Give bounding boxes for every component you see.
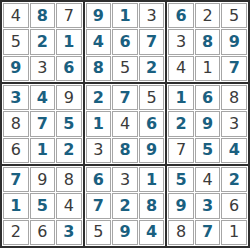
cell-r7c6[interactable]: 1 (139, 167, 165, 192)
sudoku-box-2: 913467852 (85, 2, 166, 82)
cell-r6c8[interactable]: 5 (195, 138, 221, 163)
cell-r8c5[interactable]: 2 (112, 193, 138, 218)
cell-r4c3[interactable]: 9 (56, 85, 82, 110)
cell-r8c1[interactable]: 1 (3, 193, 29, 218)
cell-r4c4[interactable]: 2 (86, 85, 112, 110)
cell-r9c4[interactable]: 5 (86, 220, 112, 245)
sudoku-box-3: 625389417 (167, 2, 248, 82)
sudoku-box-1: 487521936 (2, 2, 83, 82)
sudoku-board: 4875219369134678526253894173498756122751… (0, 0, 250, 248)
cell-r4c6[interactable]: 5 (139, 85, 165, 110)
cell-r9c7[interactable]: 8 (168, 220, 194, 245)
cell-r3c7[interactable]: 4 (168, 56, 194, 81)
cell-r3c4[interactable]: 8 (86, 56, 112, 81)
cell-r7c1[interactable]: 7 (3, 167, 29, 192)
cell-r1c9[interactable]: 5 (221, 3, 247, 28)
cell-r5c9[interactable]: 3 (221, 111, 247, 136)
cell-r6c4[interactable]: 3 (86, 138, 112, 163)
cell-r9c9[interactable]: 1 (221, 220, 247, 245)
sudoku-box-9: 542936871 (167, 166, 248, 246)
cell-r5c7[interactable]: 2 (168, 111, 194, 136)
cell-r8c7[interactable]: 9 (168, 193, 194, 218)
cell-r1c5[interactable]: 1 (112, 3, 138, 28)
cell-r6c6[interactable]: 9 (139, 138, 165, 163)
cell-r9c3[interactable]: 3 (56, 220, 82, 245)
cell-r2c5[interactable]: 6 (112, 29, 138, 54)
cell-r3c5[interactable]: 5 (112, 56, 138, 81)
cell-r1c4[interactable]: 9 (86, 3, 112, 28)
cell-r6c3[interactable]: 2 (56, 138, 82, 163)
cell-r2c9[interactable]: 9 (221, 29, 247, 54)
sudoku-box-5: 275146389 (85, 84, 166, 164)
cell-r2c1[interactable]: 5 (3, 29, 29, 54)
cell-r6c2[interactable]: 1 (30, 138, 56, 163)
cell-r7c9[interactable]: 2 (221, 167, 247, 192)
cell-r5c1[interactable]: 8 (3, 111, 29, 136)
cell-r2c4[interactable]: 4 (86, 29, 112, 54)
cell-r6c9[interactable]: 4 (221, 138, 247, 163)
cell-r4c2[interactable]: 4 (30, 85, 56, 110)
cell-r8c9[interactable]: 6 (221, 193, 247, 218)
cell-r8c8[interactable]: 3 (195, 193, 221, 218)
cell-r1c2[interactable]: 8 (30, 3, 56, 28)
cell-r4c5[interactable]: 7 (112, 85, 138, 110)
cell-r1c6[interactable]: 3 (139, 3, 165, 28)
cell-r1c3[interactable]: 7 (56, 3, 82, 28)
cell-r8c6[interactable]: 8 (139, 193, 165, 218)
sudoku-box-8: 631728594 (85, 166, 166, 246)
cell-r1c7[interactable]: 6 (168, 3, 194, 28)
cell-r2c6[interactable]: 7 (139, 29, 165, 54)
cell-r3c2[interactable]: 3 (30, 56, 56, 81)
cell-r5c5[interactable]: 4 (112, 111, 138, 136)
cell-r5c3[interactable]: 5 (56, 111, 82, 136)
cell-r2c2[interactable]: 2 (30, 29, 56, 54)
cell-r4c7[interactable]: 1 (168, 85, 194, 110)
sudoku-box-4: 349875612 (2, 84, 83, 164)
cell-r3c6[interactable]: 2 (139, 56, 165, 81)
cell-r1c1[interactable]: 4 (3, 3, 29, 28)
cell-r3c1[interactable]: 9 (3, 56, 29, 81)
cell-r7c7[interactable]: 5 (168, 167, 194, 192)
cell-r3c3[interactable]: 6 (56, 56, 82, 81)
cell-r7c3[interactable]: 8 (56, 167, 82, 192)
cell-r2c3[interactable]: 1 (56, 29, 82, 54)
cell-r9c2[interactable]: 6 (30, 220, 56, 245)
cell-r7c2[interactable]: 9 (30, 167, 56, 192)
cell-r9c5[interactable]: 9 (112, 220, 138, 245)
cell-r2c8[interactable]: 8 (195, 29, 221, 54)
sudoku-box-7: 798154263 (2, 166, 83, 246)
cell-r5c2[interactable]: 7 (30, 111, 56, 136)
cell-r8c3[interactable]: 4 (56, 193, 82, 218)
cell-r4c1[interactable]: 3 (3, 85, 29, 110)
cell-r7c4[interactable]: 6 (86, 167, 112, 192)
cell-r6c1[interactable]: 6 (3, 138, 29, 163)
sudoku-box-6: 168293754 (167, 84, 248, 164)
cell-r3c9[interactable]: 7 (221, 56, 247, 81)
cell-r6c7[interactable]: 7 (168, 138, 194, 163)
cell-r5c4[interactable]: 1 (86, 111, 112, 136)
cell-r1c8[interactable]: 2 (195, 3, 221, 28)
cell-r7c5[interactable]: 3 (112, 167, 138, 192)
cell-r5c8[interactable]: 9 (195, 111, 221, 136)
cell-r2c7[interactable]: 3 (168, 29, 194, 54)
cell-r4c9[interactable]: 8 (221, 85, 247, 110)
cell-r9c1[interactable]: 2 (3, 220, 29, 245)
cell-r8c2[interactable]: 5 (30, 193, 56, 218)
cell-r7c8[interactable]: 4 (195, 167, 221, 192)
cell-r6c5[interactable]: 8 (112, 138, 138, 163)
cell-r3c8[interactable]: 1 (195, 56, 221, 81)
cell-r8c4[interactable]: 7 (86, 193, 112, 218)
cell-r4c8[interactable]: 6 (195, 85, 221, 110)
cell-r5c6[interactable]: 6 (139, 111, 165, 136)
cell-r9c6[interactable]: 4 (139, 220, 165, 245)
cell-r9c8[interactable]: 7 (195, 220, 221, 245)
